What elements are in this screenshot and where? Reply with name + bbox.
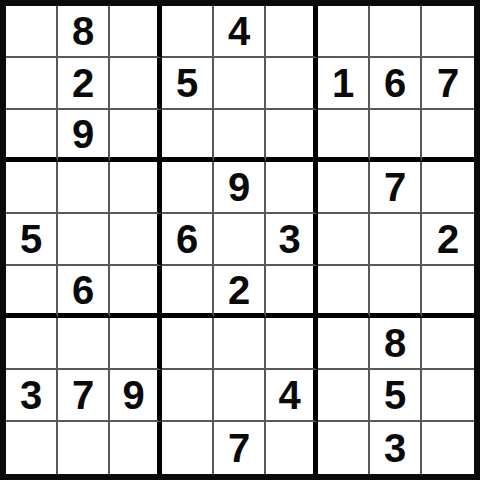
sudoku-cell-r9c6[interactable] — [266, 422, 318, 474]
sudoku-cell-r3c3[interactable] — [110, 110, 162, 162]
sudoku-cell-r5c3[interactable] — [110, 214, 162, 266]
sudoku-cell-r7c1[interactable] — [6, 318, 58, 370]
sudoku-cell-r9c5: 7 — [214, 422, 266, 474]
sudoku-cell-r2c4: 5 — [162, 58, 214, 110]
sudoku-cell-r2c5[interactable] — [214, 58, 266, 110]
sudoku-cell-r7c7[interactable] — [318, 318, 370, 370]
sudoku-cell-r5c8[interactable] — [370, 214, 422, 266]
sudoku-cell-r5c2[interactable] — [58, 214, 110, 266]
sudoku-cell-r6c1[interactable] — [6, 266, 58, 318]
sudoku-cell-r3c2: 9 — [58, 110, 110, 162]
sudoku-cell-r7c6[interactable] — [266, 318, 318, 370]
sudoku-cell-r1c6[interactable] — [266, 6, 318, 58]
sudoku-cell-r4c9[interactable] — [422, 162, 474, 214]
sudoku-cell-r1c4[interactable] — [162, 6, 214, 58]
sudoku-cell-r2c2: 2 — [58, 58, 110, 110]
sudoku-cell-r6c4[interactable] — [162, 266, 214, 318]
sudoku-cell-r3c8[interactable] — [370, 110, 422, 162]
sudoku-cell-r8c2: 7 — [58, 370, 110, 422]
sudoku-cell-r4c3[interactable] — [110, 162, 162, 214]
sudoku-cell-r1c9[interactable] — [422, 6, 474, 58]
sudoku-cell-r4c6[interactable] — [266, 162, 318, 214]
sudoku-cell-r9c9[interactable] — [422, 422, 474, 474]
sudoku-cell-r6c7[interactable] — [318, 266, 370, 318]
sudoku-cell-r6c6[interactable] — [266, 266, 318, 318]
sudoku-cell-r1c7[interactable] — [318, 6, 370, 58]
sudoku-cell-r2c3[interactable] — [110, 58, 162, 110]
sudoku-cell-r2c7: 1 — [318, 58, 370, 110]
sudoku-cell-r8c4[interactable] — [162, 370, 214, 422]
sudoku-cell-r5c1: 5 — [6, 214, 58, 266]
sudoku-cell-r6c5: 2 — [214, 266, 266, 318]
sudoku-cell-r2c6[interactable] — [266, 58, 318, 110]
sudoku-cell-r3c9[interactable] — [422, 110, 474, 162]
sudoku-cell-r9c2[interactable] — [58, 422, 110, 474]
sudoku-cell-r8c5[interactable] — [214, 370, 266, 422]
sudoku-cell-r4c1[interactable] — [6, 162, 58, 214]
sudoku-cell-r2c9: 7 — [422, 58, 474, 110]
sudoku-cell-r3c4[interactable] — [162, 110, 214, 162]
sudoku-cell-r3c7[interactable] — [318, 110, 370, 162]
sudoku-cell-r3c5[interactable] — [214, 110, 266, 162]
sudoku-cell-r7c4[interactable] — [162, 318, 214, 370]
sudoku-cell-r2c1[interactable] — [6, 58, 58, 110]
sudoku-cell-r8c6: 4 — [266, 370, 318, 422]
sudoku-cell-r1c8[interactable] — [370, 6, 422, 58]
sudoku-cell-r1c2: 8 — [58, 6, 110, 58]
sudoku-cell-r6c9[interactable] — [422, 266, 474, 318]
sudoku-cell-r8c7[interactable] — [318, 370, 370, 422]
sudoku-cell-r1c5: 4 — [214, 6, 266, 58]
sudoku-cell-r3c6[interactable] — [266, 110, 318, 162]
sudoku-cell-r7c8: 8 — [370, 318, 422, 370]
sudoku-cell-r1c3[interactable] — [110, 6, 162, 58]
sudoku-cell-r9c1[interactable] — [6, 422, 58, 474]
sudoku-cell-r8c8: 5 — [370, 370, 422, 422]
sudoku-cell-r9c4[interactable] — [162, 422, 214, 474]
sudoku-cell-r6c3[interactable] — [110, 266, 162, 318]
sudoku-cell-r8c3: 9 — [110, 370, 162, 422]
sudoku-cell-r6c8[interactable] — [370, 266, 422, 318]
sudoku-cell-r3c1[interactable] — [6, 110, 58, 162]
sudoku-cell-r8c9[interactable] — [422, 370, 474, 422]
sudoku-cell-r9c3[interactable] — [110, 422, 162, 474]
sudoku-cell-r1c1[interactable] — [6, 6, 58, 58]
sudoku-cell-r9c7[interactable] — [318, 422, 370, 474]
sudoku-board: 842516799756326283794573 — [0, 0, 480, 480]
sudoku-cell-r2c8: 6 — [370, 58, 422, 110]
sudoku-cell-r7c2[interactable] — [58, 318, 110, 370]
sudoku-cell-r5c4: 6 — [162, 214, 214, 266]
sudoku-cell-r4c8: 7 — [370, 162, 422, 214]
sudoku-cell-r4c4[interactable] — [162, 162, 214, 214]
sudoku-cell-r8c1: 3 — [6, 370, 58, 422]
sudoku-cell-r5c9: 2 — [422, 214, 474, 266]
sudoku-cell-r4c5: 9 — [214, 162, 266, 214]
sudoku-cell-r5c7[interactable] — [318, 214, 370, 266]
sudoku-cell-r6c2: 6 — [58, 266, 110, 318]
sudoku-cell-r9c8: 3 — [370, 422, 422, 474]
sudoku-cell-r5c5[interactable] — [214, 214, 266, 266]
sudoku-cell-r4c7[interactable] — [318, 162, 370, 214]
sudoku-cell-r7c3[interactable] — [110, 318, 162, 370]
sudoku-cell-r7c9[interactable] — [422, 318, 474, 370]
sudoku-cell-r4c2[interactable] — [58, 162, 110, 214]
sudoku-cell-r7c5[interactable] — [214, 318, 266, 370]
sudoku-cell-r5c6: 3 — [266, 214, 318, 266]
